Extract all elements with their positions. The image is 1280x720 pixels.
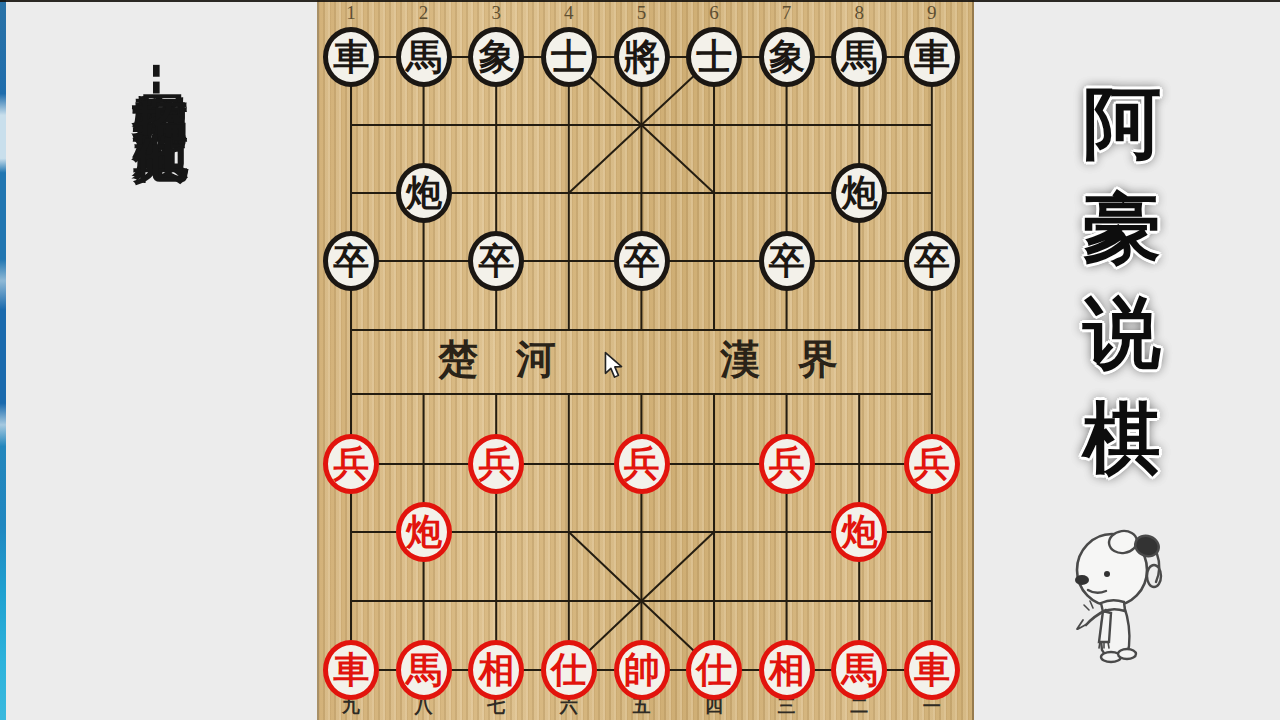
piece-卒-black[interactable]: 卒 bbox=[904, 231, 960, 291]
piece-卒-black[interactable]: 卒 bbox=[614, 231, 670, 291]
piece-馬-black[interactable]: 馬 bbox=[396, 27, 452, 87]
piece-仕-red[interactable]: 仕 bbox=[541, 640, 597, 700]
right-banner-char: 阿 bbox=[1083, 84, 1161, 162]
piece-仕-red[interactable]: 仕 bbox=[686, 640, 742, 700]
piece-炮-red[interactable]: 炮 bbox=[831, 502, 887, 562]
piece-馬-red[interactable]: 馬 bbox=[831, 640, 887, 700]
mouse-cursor bbox=[604, 351, 623, 379]
file-number-top: 3 bbox=[481, 2, 511, 24]
piece-士-black[interactable]: 士 bbox=[541, 27, 597, 87]
piece-相-red[interactable]: 相 bbox=[468, 640, 524, 700]
file-number-top: 8 bbox=[844, 2, 874, 24]
piece-象-black[interactable]: 象 bbox=[468, 27, 524, 87]
piece-兵-red[interactable]: 兵 bbox=[468, 434, 524, 494]
right-banner-char: 豪 bbox=[1083, 189, 1161, 267]
file-number-top: 9 bbox=[917, 2, 947, 24]
piece-卒-black[interactable]: 卒 bbox=[468, 231, 524, 291]
bear-eye bbox=[1104, 571, 1110, 577]
piece-兵-red[interactable]: 兵 bbox=[904, 434, 960, 494]
file-number-top: 7 bbox=[772, 2, 802, 24]
file-number-top: 2 bbox=[409, 2, 439, 24]
file-number-top: 6 bbox=[699, 2, 729, 24]
piece-兵-red[interactable]: 兵 bbox=[759, 434, 815, 494]
piece-相-red[interactable]: 相 bbox=[759, 640, 815, 700]
left-banner-title: 布局疑型与骗招--顺炮其他 bbox=[134, 56, 189, 100]
piece-兵-red[interactable]: 兵 bbox=[323, 434, 379, 494]
left-blue-stripe bbox=[0, 0, 6, 720]
page: 布局疑型与骗招--顺炮其他 123456789 九八七六五四三二一 楚河 漢界 … bbox=[0, 0, 1280, 720]
file-number-top: 5 bbox=[626, 2, 656, 24]
bear-nose bbox=[1075, 575, 1089, 585]
piece-馬-black[interactable]: 馬 bbox=[831, 27, 887, 87]
piece-車-red[interactable]: 車 bbox=[323, 640, 379, 700]
piece-象-black[interactable]: 象 bbox=[759, 27, 815, 87]
piece-兵-red[interactable]: 兵 bbox=[614, 434, 670, 494]
piece-將-black[interactable]: 將 bbox=[614, 27, 670, 87]
piece-車-black[interactable]: 車 bbox=[904, 27, 960, 87]
file-number-top: 4 bbox=[554, 2, 584, 24]
piece-炮-red[interactable]: 炮 bbox=[396, 502, 452, 562]
top-edge-line bbox=[0, 0, 1280, 2]
right-banner-char: 棋 bbox=[1083, 399, 1161, 477]
xiangqi-board[interactable]: 123456789 九八七六五四三二一 楚河 漢界 車馬象士將士象馬車炮炮卒卒卒… bbox=[317, 0, 974, 720]
piece-grid: 車馬象士將士象馬車炮炮卒卒卒卒卒兵兵兵兵兵炮炮車馬相仕帥仕相馬車 bbox=[315, 23, 968, 704]
piece-士-black[interactable]: 士 bbox=[686, 27, 742, 87]
right-banner-title: 阿豪说棋 bbox=[1083, 84, 1161, 477]
piece-炮-black[interactable]: 炮 bbox=[396, 163, 452, 223]
file-number-top: 1 bbox=[336, 2, 366, 24]
piece-卒-black[interactable]: 卒 bbox=[759, 231, 815, 291]
piece-帥-red[interactable]: 帥 bbox=[614, 640, 670, 700]
piece-炮-black[interactable]: 炮 bbox=[831, 163, 887, 223]
piece-馬-red[interactable]: 馬 bbox=[396, 640, 452, 700]
piece-車-black[interactable]: 車 bbox=[323, 27, 379, 87]
right-banner-char: 说 bbox=[1083, 294, 1161, 372]
piece-卒-black[interactable]: 卒 bbox=[323, 231, 379, 291]
piece-車-red[interactable]: 車 bbox=[904, 640, 960, 700]
bear-mascot bbox=[1066, 528, 1170, 670]
